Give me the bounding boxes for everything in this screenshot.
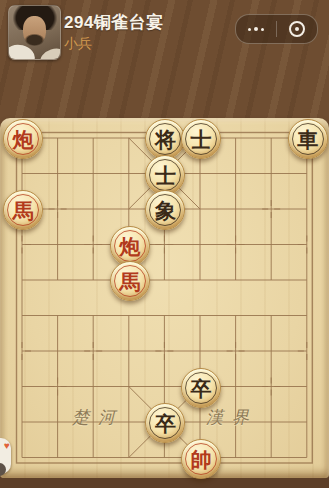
piece-black-卒[interactable]: 卒 [181,368,221,408]
ellipsis-icon [261,28,264,31]
piece-black-士[interactable]: 士 [181,119,221,159]
more-button[interactable] [236,15,276,43]
piece-glyph: 炮 [13,129,34,150]
piece-red-炮[interactable]: 炮 [110,226,150,266]
piece-red-馬[interactable]: 馬 [3,190,43,230]
river-label-right: 漢界 [206,406,258,429]
ellipsis-icon [254,27,259,32]
piece-black-士[interactable]: 士 [145,155,185,195]
avatar-beard [25,34,44,46]
piece-glyph: 馬 [13,200,34,221]
target-circle-icon [289,21,305,37]
exit-button[interactable] [277,15,317,43]
piece-glyph: 士 [155,165,176,186]
window-header: 294铜雀台宴 小兵 [0,0,329,118]
river-label-left: 楚河 [72,406,124,429]
player-avatar [8,5,61,60]
piece-red-炮[interactable]: 炮 [3,119,43,159]
piece-glyph: 帥 [191,449,212,470]
piece-glyph: 卒 [155,413,176,434]
piece-black-車[interactable]: 車 [288,119,328,159]
xiangqi-board[interactable]: 楚河 漢界 ♥ 炮将士車士馬象炮馬卒卒帥 [0,118,329,478]
piece-glyph: 将 [155,129,176,150]
piece-glyph: 卒 [191,378,212,399]
piece-glyph: 士 [191,129,212,150]
mascot-sticker: ♥ [0,438,11,474]
heart-icon: ♥ [4,440,10,451]
ellipsis-icon [248,28,251,31]
bottom-wood-strip [0,478,329,488]
piece-glyph: 象 [155,200,176,221]
piece-red-帥[interactable]: 帥 [181,439,221,479]
avatar-robe-right [38,45,61,60]
piece-red-馬[interactable]: 馬 [110,261,150,301]
piece-glyph: 炮 [119,236,140,257]
level-title: 294铜雀台宴 [64,11,164,34]
piece-glyph: 馬 [119,271,140,292]
piece-glyph: 車 [297,129,318,150]
wechat-capsule [235,14,318,44]
player-rank-label: 小兵 [64,35,92,53]
